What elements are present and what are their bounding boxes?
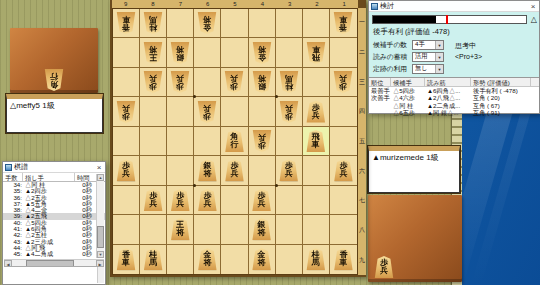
square-3-4[interactable]: 歩兵 bbox=[276, 97, 303, 126]
square-6-2[interactable] bbox=[194, 38, 221, 67]
square-6-7[interactable]: 歩兵 bbox=[194, 186, 221, 215]
square-1-9[interactable]: 香車 bbox=[330, 245, 357, 274]
analysis-window-icon bbox=[371, 3, 378, 10]
file-label-5: 5 bbox=[221, 0, 248, 8]
square-5-7[interactable] bbox=[221, 186, 248, 215]
candidate-cell: 互角 ( 91) bbox=[471, 109, 531, 116]
square-9-7[interactable] bbox=[113, 186, 140, 215]
candidate-moves-table: 順位候補手読み筋形勢 (評価値) 最善手△5四歩▲6四角△...後手有利 ( -… bbox=[369, 77, 539, 113]
scroll-up-icon[interactable]: ▲ bbox=[97, 174, 104, 181]
square-3-7[interactable] bbox=[276, 186, 303, 215]
square-4-9[interactable]: 金将 bbox=[249, 245, 276, 274]
dropdown-arrow-icon[interactable]: ▼ bbox=[435, 41, 443, 49]
square-5-3[interactable]: 歩兵 bbox=[221, 68, 248, 97]
white-player-name: △meffy5 1級 bbox=[7, 99, 102, 112]
scrollbar-thumb[interactable] bbox=[97, 226, 104, 248]
board-star-point bbox=[275, 95, 278, 98]
sente-piece-金将: 金将 bbox=[197, 248, 217, 270]
square-7-7[interactable]: 歩兵 bbox=[167, 186, 194, 215]
evaluation-bar-black-fill bbox=[373, 16, 436, 23]
sente-piece-歩兵: 歩兵 bbox=[252, 189, 272, 211]
square-4-1[interactable] bbox=[249, 9, 276, 38]
square-7-9[interactable] bbox=[167, 245, 194, 274]
candidate-col-2: 読み筋 bbox=[425, 78, 471, 86]
file-label-6: 6 bbox=[194, 0, 221, 8]
gote-piece-桂馬: 桂馬 bbox=[143, 12, 163, 34]
sente-piece-香車: 香車 bbox=[116, 248, 136, 270]
white-captured-piece-stand: 角行 bbox=[10, 28, 98, 93]
engine-name: <Pro+3> bbox=[455, 53, 482, 60]
candidate-cell: △同 桂 bbox=[391, 102, 425, 109]
square-6-9[interactable]: 金将 bbox=[194, 245, 221, 274]
square-5-9[interactable] bbox=[221, 245, 248, 274]
kifu-list-header: 手数 指し手 時間 bbox=[3, 173, 105, 182]
square-4-6[interactable] bbox=[249, 156, 276, 185]
square-9-6[interactable]: 歩兵 bbox=[113, 156, 140, 185]
kifu-titlebar[interactable]: 棋譜 × bbox=[3, 162, 105, 173]
rank-label-9: 九 bbox=[358, 245, 366, 275]
gote-piece-歩兵: 歩兵 bbox=[170, 71, 190, 93]
square-4-3[interactable]: 銀将 bbox=[249, 68, 276, 97]
gote-piece-歩兵: 歩兵 bbox=[197, 101, 217, 123]
square-9-9[interactable]: 香車 bbox=[113, 245, 140, 274]
gote-piece-桂馬: 桂馬 bbox=[279, 71, 299, 93]
square-2-8[interactable] bbox=[303, 215, 330, 244]
black-captured-piece-stand: 歩兵 bbox=[368, 195, 462, 282]
gote-piece-銀将: 銀将 bbox=[170, 42, 190, 64]
rank-label-2: 二 bbox=[358, 38, 366, 68]
rank-labels: 一二三四五六七八九 bbox=[358, 8, 366, 275]
evaluation-text: 後手有利 (評価値 -478) bbox=[373, 27, 450, 37]
square-2-9[interactable]: 桂馬 bbox=[303, 245, 330, 274]
square-3-6[interactable]: 歩兵 bbox=[276, 156, 303, 185]
sente-piece-歩兵: 歩兵 bbox=[197, 189, 217, 211]
square-6-6[interactable]: 銀将 bbox=[194, 156, 221, 185]
square-5-4[interactable] bbox=[221, 97, 248, 126]
kifu-window-title: 棋譜 bbox=[14, 162, 28, 172]
gote-piece-香車: 香車 bbox=[333, 12, 353, 34]
gote-piece-歩兵: 歩兵 bbox=[333, 71, 353, 93]
shogi-board: 987654321 香車桂馬金将香車王将銀将金将飛車歩兵歩兵歩兵銀将桂馬歩兵歩兵… bbox=[110, 0, 366, 277]
sente-piece-銀将: 銀将 bbox=[252, 218, 272, 240]
candidate-table-rows: 最善手△5四歩▲6四角△...後手有利 ( -478)次善手△4六歩▲2八飛△.… bbox=[369, 87, 539, 117]
candidate-row-1[interactable]: 最善手△5四歩▲6四角△...後手有利 ( -478) bbox=[369, 87, 539, 94]
square-2-2[interactable]: 飛車 bbox=[303, 38, 330, 67]
kifu-comment-box[interactable] bbox=[4, 266, 104, 283]
analysis-window-title: 検討 bbox=[380, 1, 394, 11]
square-3-2[interactable] bbox=[276, 38, 303, 67]
square-5-6[interactable]: 歩兵 bbox=[221, 156, 248, 185]
sente-piece-歩兵: 歩兵 bbox=[374, 256, 394, 278]
sente-piece-飛車: 飛車 bbox=[306, 130, 326, 152]
comment-scrollbar[interactable] bbox=[97, 267, 104, 283]
square-7-2[interactable]: 銀将 bbox=[167, 38, 194, 67]
gote-piece-銀将: 銀将 bbox=[252, 71, 272, 93]
candidate-cell: 互角 ( 20) bbox=[471, 94, 531, 101]
sente-piece-王将: 王将 bbox=[170, 218, 190, 240]
candidate-row-2[interactable]: 次善手△4六歩▲2八飛△...互角 ( 20) bbox=[369, 94, 539, 101]
sente-piece-歩兵: 歩兵 bbox=[143, 189, 163, 211]
square-8-8[interactable] bbox=[140, 215, 167, 244]
rank-label-7: 七 bbox=[358, 186, 366, 216]
sente-piece-香車: 香車 bbox=[333, 248, 353, 270]
candidate-cell: 次善手 bbox=[369, 94, 391, 101]
gote-piece-飛車: 飛車 bbox=[306, 42, 326, 64]
square-8-3[interactable]: 歩兵 bbox=[140, 68, 167, 97]
candidate-cell: 後手有利 ( -478) bbox=[471, 87, 531, 94]
board-grid: 香車桂馬金将香車王将銀将金将飛車歩兵歩兵歩兵銀将桂馬歩兵歩兵歩兵歩兵歩兵角行歩兵… bbox=[112, 8, 358, 275]
square-9-2[interactable] bbox=[113, 38, 140, 67]
candidate-cell bbox=[369, 109, 391, 116]
square-6-1[interactable]: 金将 bbox=[194, 9, 221, 38]
square-4-4[interactable] bbox=[249, 97, 276, 126]
candidate-count-dropdown[interactable]: 4手 ▼ bbox=[412, 40, 444, 50]
evaluation-bar bbox=[372, 15, 527, 24]
square-2-7[interactable] bbox=[303, 186, 330, 215]
square-1-6[interactable]: 歩兵 bbox=[330, 156, 357, 185]
gote-piece-歩兵: 歩兵 bbox=[116, 101, 136, 123]
sente-piece-金将: 金将 bbox=[252, 248, 272, 270]
sente-piece-歩兵: 歩兵 bbox=[333, 159, 353, 181]
scroll-down-icon[interactable]: ▼ bbox=[97, 251, 104, 258]
sente-piece-歩兵: 歩兵 bbox=[116, 159, 136, 181]
candidate-cell: △4六歩 bbox=[391, 94, 425, 101]
candidate-cell: 最善手 bbox=[369, 87, 391, 94]
kifu-cell: 45: bbox=[3, 251, 23, 257]
analysis-body: △ 後手有利 (評価値 -478) 候補手の数 4手 ▼ 読みの蓄積 活用 ▼ … bbox=[369, 12, 539, 113]
sente-piece-歩兵: 歩兵 bbox=[170, 189, 190, 211]
square-8-9[interactable]: 桂馬 bbox=[140, 245, 167, 274]
square-1-5[interactable] bbox=[330, 127, 357, 156]
analysis-titlebar[interactable]: 検討 × bbox=[369, 1, 539, 12]
square-9-8[interactable] bbox=[113, 215, 140, 244]
file-label-7: 7 bbox=[167, 0, 194, 8]
square-6-4[interactable]: 歩兵 bbox=[194, 97, 221, 126]
candidate-row-4[interactable]: △6五歩▲同 銀△...互角 ( 91) bbox=[369, 109, 539, 116]
candidate-cell bbox=[369, 102, 391, 109]
sente-piece-桂馬: 桂馬 bbox=[306, 248, 326, 270]
kifu-window: 棋譜 × 手数 指し手 時間 34:△同 桂0秒35:▲2四歩0秒36:△2五歩… bbox=[2, 161, 106, 285]
square-7-4[interactable] bbox=[167, 97, 194, 126]
black-player-nameplate: ▲murizemede 1級 bbox=[368, 146, 460, 193]
candidate-cell: ▲2八飛△... bbox=[425, 94, 471, 101]
file-labels: 987654321 bbox=[112, 0, 358, 8]
candidate-cell: △6五歩 bbox=[391, 109, 425, 116]
candidate-row-3[interactable]: △同 桂▲2二角成...互角 ( 67) bbox=[369, 102, 539, 109]
square-5-5[interactable]: 角行 bbox=[221, 127, 248, 156]
gote-piece-王将: 王将 bbox=[143, 42, 163, 64]
candidate-cell: △5四歩 bbox=[391, 87, 425, 94]
evaluation-marker bbox=[446, 15, 448, 24]
square-8-4[interactable] bbox=[140, 97, 167, 126]
board-star-point bbox=[193, 95, 196, 98]
square-8-2[interactable]: 王将 bbox=[140, 38, 167, 67]
square-4-8[interactable]: 銀将 bbox=[249, 215, 276, 244]
setting-read-accumulation: 読みの蓄積 活用 ▼ bbox=[373, 51, 444, 62]
white-hand-pieces: 角行 bbox=[10, 69, 98, 91]
rank-label-5: 五 bbox=[358, 127, 366, 157]
kifu-move-row-45[interactable]: 45:▲4二角成0秒 bbox=[3, 251, 105, 257]
square-6-8[interactable] bbox=[194, 215, 221, 244]
white-player-nameplate: △meffy5 1級 bbox=[6, 94, 103, 133]
square-9-4[interactable]: 歩兵 bbox=[113, 97, 140, 126]
kifu-col-moveno: 手数 bbox=[3, 173, 23, 181]
square-7-8[interactable]: 王将 bbox=[167, 215, 194, 244]
kifu-window-icon bbox=[5, 164, 12, 171]
black-hand-pieces: 歩兵 bbox=[374, 256, 394, 278]
rank-label-8: 八 bbox=[358, 216, 366, 246]
square-3-3[interactable]: 桂馬 bbox=[276, 68, 303, 97]
rank-label-4: 四 bbox=[358, 97, 366, 127]
analysis-window: 検討 × △ 後手有利 (評価値 -478) 候補手の数 4手 ▼ 読みの蓄積 … bbox=[368, 0, 540, 114]
square-1-7[interactable] bbox=[330, 186, 357, 215]
thinking-status: 思考中 bbox=[455, 41, 476, 51]
square-3-8[interactable] bbox=[276, 215, 303, 244]
square-2-5[interactable]: 飛車 bbox=[303, 127, 330, 156]
analysis-close-icon[interactable]: × bbox=[527, 2, 539, 11]
square-5-8[interactable] bbox=[221, 215, 248, 244]
square-1-3[interactable]: 歩兵 bbox=[330, 68, 357, 97]
dropdown-arrow-icon[interactable]: ▼ bbox=[435, 65, 443, 73]
square-7-5[interactable] bbox=[167, 127, 194, 156]
rank-label-3: 三 bbox=[358, 67, 366, 97]
joseki-dropdown[interactable]: 無し ▼ bbox=[412, 64, 444, 74]
candidate-col-1: 候補手 bbox=[391, 78, 425, 86]
square-5-1[interactable] bbox=[221, 9, 248, 38]
kifu-close-icon[interactable]: × bbox=[93, 163, 105, 172]
square-6-5[interactable] bbox=[194, 127, 221, 156]
gote-piece-歩兵: 歩兵 bbox=[224, 71, 244, 93]
square-9-5[interactable] bbox=[113, 127, 140, 156]
square-9-1[interactable]: 香車 bbox=[113, 9, 140, 38]
square-9-3[interactable] bbox=[113, 68, 140, 97]
sente-piece-桂馬: 桂馬 bbox=[143, 248, 163, 270]
candidate-table-header: 順位候補手読み筋形勢 (評価値) bbox=[369, 78, 539, 87]
square-8-1[interactable]: 桂馬 bbox=[140, 9, 167, 38]
gote-piece-歩兵: 歩兵 bbox=[143, 71, 163, 93]
black-player-name: ▲murizemede 1級 bbox=[369, 151, 459, 164]
file-label-1: 1 bbox=[331, 0, 358, 8]
square-8-7[interactable]: 歩兵 bbox=[140, 186, 167, 215]
square-8-5[interactable] bbox=[140, 127, 167, 156]
square-7-6[interactable] bbox=[167, 156, 194, 185]
square-1-2[interactable] bbox=[330, 38, 357, 67]
board-star-point bbox=[275, 184, 278, 187]
kifu-vertical-scrollbar[interactable]: ▲ ▼ bbox=[96, 174, 104, 258]
square-3-1[interactable] bbox=[276, 9, 303, 38]
file-label-9: 9 bbox=[112, 0, 139, 8]
square-2-6[interactable] bbox=[303, 156, 330, 185]
dropdown-arrow-icon[interactable]: ▼ bbox=[435, 53, 443, 61]
sente-piece-角行: 角行 bbox=[224, 130, 244, 152]
square-3-9[interactable] bbox=[276, 245, 303, 274]
setting-joseki-use: 定跡の利用 無し ▼ bbox=[373, 63, 444, 74]
file-label-2: 2 bbox=[303, 0, 330, 8]
file-label-4: 4 bbox=[249, 0, 276, 8]
sente-piece-歩兵: 歩兵 bbox=[224, 159, 244, 181]
kifu-col-time: 時間 bbox=[75, 173, 95, 181]
square-2-3[interactable] bbox=[303, 68, 330, 97]
gote-piece-歩兵: 歩兵 bbox=[279, 101, 299, 123]
gote-piece-金将: 金将 bbox=[252, 42, 272, 64]
candidate-cell: ▲2二角成... bbox=[425, 102, 471, 109]
candidate-cell: 互角 ( 67) bbox=[471, 102, 531, 109]
rank-label-1: 一 bbox=[358, 8, 366, 38]
kifu-move-list: 34:△同 桂0秒35:▲2四歩0秒36:△2五歩0秒37:▲5五角0秒38:△… bbox=[3, 182, 105, 258]
square-3-5[interactable] bbox=[276, 127, 303, 156]
square-2-1[interactable] bbox=[303, 9, 330, 38]
gote-triangle-icon: △ bbox=[531, 15, 537, 24]
candidate-cell: ▲6四角△... bbox=[425, 87, 471, 94]
square-6-3[interactable] bbox=[194, 68, 221, 97]
gote-piece-歩兵: 歩兵 bbox=[252, 130, 272, 152]
gote-piece-角行: 角行 bbox=[44, 69, 64, 91]
square-5-2[interactable] bbox=[221, 38, 248, 67]
sente-piece-歩兵: 歩兵 bbox=[306, 101, 326, 123]
board-star-point bbox=[193, 184, 196, 187]
candidate-col-3: 形勢 (評価値) bbox=[471, 78, 531, 86]
kifu-cell: ▲4二角成 bbox=[23, 251, 75, 257]
kifu-cell: 0秒 bbox=[75, 251, 93, 257]
square-1-8[interactable] bbox=[330, 215, 357, 244]
gote-piece-金将: 金将 bbox=[197, 12, 217, 34]
sente-piece-銀将: 銀将 bbox=[197, 159, 217, 181]
square-7-1[interactable] bbox=[167, 9, 194, 38]
square-4-5[interactable]: 歩兵 bbox=[249, 127, 276, 156]
candidate-cell: ▲同 銀△... bbox=[425, 109, 471, 116]
rank-label-6: 六 bbox=[358, 156, 366, 186]
candidate-col-0: 順位 bbox=[369, 78, 391, 86]
read-accumulation-dropdown[interactable]: 活用 ▼ bbox=[412, 52, 444, 62]
square-4-2[interactable]: 金将 bbox=[249, 38, 276, 67]
gote-piece-香車: 香車 bbox=[116, 12, 136, 34]
file-label-3: 3 bbox=[276, 0, 303, 8]
square-2-4[interactable]: 歩兵 bbox=[303, 97, 330, 126]
square-7-3[interactable]: 歩兵 bbox=[167, 68, 194, 97]
kifu-col-move: 指し手 bbox=[23, 173, 75, 181]
sente-piece-歩兵: 歩兵 bbox=[279, 159, 299, 181]
square-1-4[interactable] bbox=[330, 97, 357, 126]
setting-candidate-count: 候補手の数 4手 ▼ bbox=[373, 39, 444, 50]
file-label-8: 8 bbox=[139, 0, 166, 8]
square-4-7[interactable]: 歩兵 bbox=[249, 186, 276, 215]
square-8-6[interactable] bbox=[140, 156, 167, 185]
square-1-1[interactable]: 香車 bbox=[330, 9, 357, 38]
